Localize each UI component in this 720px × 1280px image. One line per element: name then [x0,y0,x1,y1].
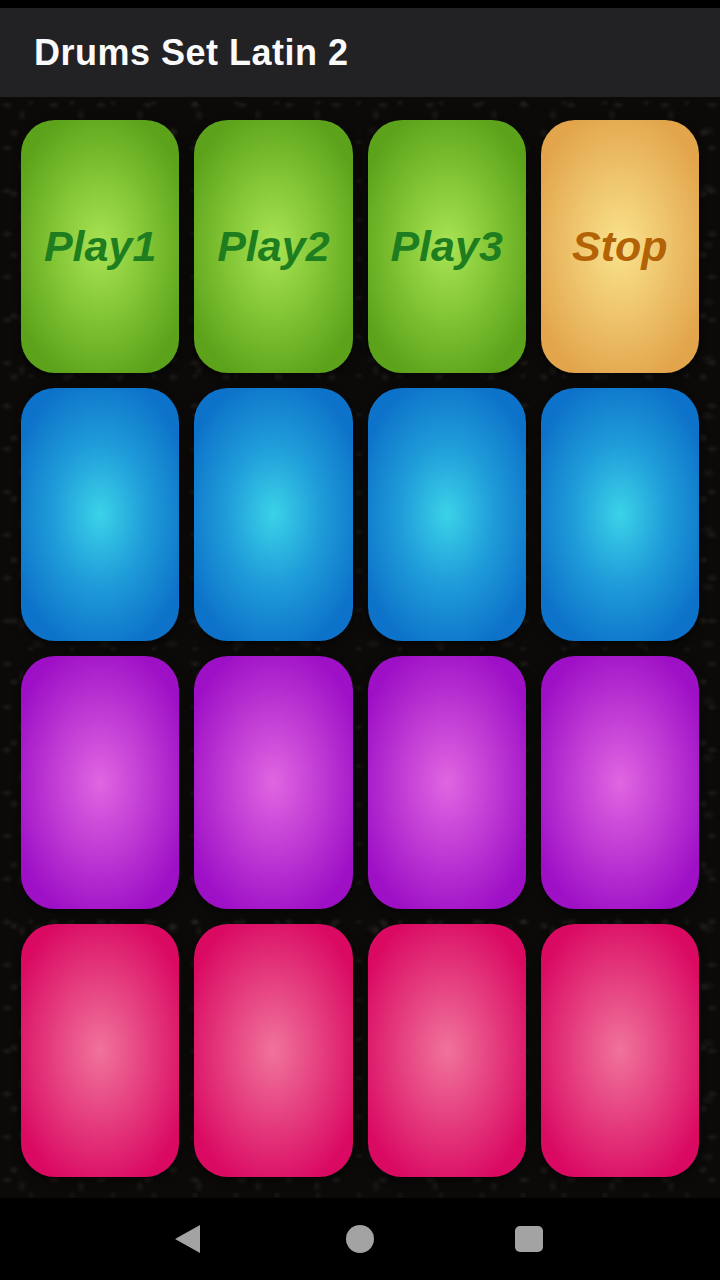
back-button[interactable] [157,1198,217,1280]
pad-play2[interactable]: Play2 [194,120,352,373]
app-bar: Drums Set Latin 2 [0,8,720,97]
pad-blue-2[interactable] [194,388,352,641]
pad-purple-1[interactable] [21,656,179,909]
pad-purple-4[interactable] [541,656,699,909]
android-screen: Drums Set Latin 2 Play1Play2Play3Stop [0,0,720,1280]
pad-grid: Play1Play2Play3Stop [0,97,720,1177]
pad-stop[interactable]: Stop [541,120,699,373]
home-icon [345,1224,375,1254]
pad-pink-4[interactable] [541,924,699,1177]
pad-stop-label: Stop [572,225,668,268]
pad-purple-2[interactable] [194,656,352,909]
status-bar [0,0,720,8]
pad-purple-3[interactable] [368,656,526,909]
app-title: Drums Set Latin 2 [34,32,349,74]
pad-pink-1[interactable] [21,924,179,1177]
pad-play1-label: Play1 [44,225,156,268]
home-button[interactable] [330,1198,390,1280]
pad-play2-label: Play2 [217,225,329,268]
pad-play3-label: Play3 [390,225,502,268]
pad-pink-2[interactable] [194,924,352,1177]
pad-blue-4[interactable] [541,388,699,641]
pad-play3[interactable]: Play3 [368,120,526,373]
pad-blue-1[interactable] [21,388,179,641]
pad-play1[interactable]: Play1 [21,120,179,373]
back-icon [172,1224,202,1254]
recents-button[interactable] [499,1198,559,1280]
pad-blue-3[interactable] [368,388,526,641]
pad-board: Play1Play2Play3Stop [0,97,720,1198]
pad-pink-3[interactable] [368,924,526,1177]
recents-icon [514,1224,544,1254]
navigation-bar [0,1198,720,1280]
